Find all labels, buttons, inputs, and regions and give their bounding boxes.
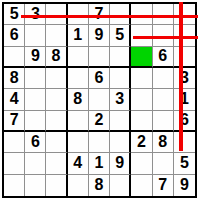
cell-r8c6[interactable]: 9 <box>110 153 131 174</box>
cell-r9c6[interactable] <box>110 175 131 196</box>
cell-r1c5[interactable]: 7 <box>89 4 110 25</box>
cell-r7c4[interactable] <box>68 132 89 153</box>
cell-r1c9[interactable] <box>174 4 195 25</box>
cell-r3c1[interactable] <box>4 47 25 68</box>
cell-r3c9[interactable] <box>174 47 195 68</box>
cell-r8c2[interactable] <box>25 153 46 174</box>
cell-r7c7[interactable]: 2 <box>131 132 152 153</box>
cell-r4c8[interactable] <box>153 68 174 89</box>
sudoku-app: 537619598686348317266284195879 <box>0 0 200 201</box>
cell-r2c3[interactable] <box>46 25 67 46</box>
cell-r3c5[interactable] <box>89 47 110 68</box>
cell-r5c6[interactable]: 3 <box>110 89 131 110</box>
cell-r3c6[interactable] <box>110 47 131 68</box>
cell-r7c6[interactable] <box>110 132 131 153</box>
cell-r4c9[interactable]: 3 <box>174 68 195 89</box>
cell-r1c8[interactable] <box>153 4 174 25</box>
cell-r6c6[interactable] <box>110 111 131 132</box>
cell-r7c5[interactable] <box>89 132 110 153</box>
cell-r4c1[interactable]: 8 <box>4 68 25 89</box>
cell-r4c4[interactable] <box>68 68 89 89</box>
cell-r5c4[interactable]: 8 <box>68 89 89 110</box>
sudoku-board: 537619598686348317266284195879 <box>2 2 197 198</box>
cell-r2c6[interactable]: 5 <box>110 25 131 46</box>
cell-r2c2[interactable] <box>25 25 46 46</box>
cell-r7c8[interactable]: 8 <box>153 132 174 153</box>
cell-r8c4[interactable]: 4 <box>68 153 89 174</box>
cell-r3c2[interactable]: 9 <box>25 47 46 68</box>
cell-r8c3[interactable] <box>46 153 67 174</box>
cell-r9c4[interactable] <box>68 175 89 196</box>
cell-r9c1[interactable] <box>4 175 25 196</box>
cell-r5c9[interactable]: 1 <box>174 89 195 110</box>
cell-r1c6[interactable] <box>110 4 131 25</box>
cell-r4c3[interactable] <box>46 68 67 89</box>
cell-r7c9[interactable] <box>174 132 195 153</box>
cell-r6c2[interactable] <box>25 111 46 132</box>
cell-r6c8[interactable] <box>153 111 174 132</box>
cell-r5c8[interactable] <box>153 89 174 110</box>
cell-r6c5[interactable]: 2 <box>89 111 110 132</box>
cell-r6c4[interactable] <box>68 111 89 132</box>
cell-r4c5[interactable]: 6 <box>89 68 110 89</box>
cell-r3c4[interactable] <box>68 47 89 68</box>
cell-r8c9[interactable]: 5 <box>174 153 195 174</box>
cell-r5c2[interactable] <box>25 89 46 110</box>
cell-r7c2[interactable]: 6 <box>25 132 46 153</box>
cell-r2c7[interactable] <box>131 25 152 46</box>
cell-r1c2[interactable]: 3 <box>25 4 46 25</box>
cell-r9c5[interactable]: 8 <box>89 175 110 196</box>
cell-r2c8[interactable] <box>153 25 174 46</box>
cell-r8c1[interactable] <box>4 153 25 174</box>
cell-r8c5[interactable]: 1 <box>89 153 110 174</box>
cell-r2c9[interactable] <box>174 25 195 46</box>
cell-r5c1[interactable]: 4 <box>4 89 25 110</box>
cell-r1c1[interactable]: 5 <box>4 4 25 25</box>
cell-r2c1[interactable]: 6 <box>4 25 25 46</box>
cell-r2c5[interactable]: 9 <box>89 25 110 46</box>
cell-r9c9[interactable]: 9 <box>174 175 195 196</box>
cell-r6c7[interactable] <box>131 111 152 132</box>
cell-r1c4[interactable] <box>68 4 89 25</box>
cell-r6c3[interactable] <box>46 111 67 132</box>
cell-r9c3[interactable] <box>46 175 67 196</box>
cell-r7c1[interactable] <box>4 132 25 153</box>
cell-r3c3[interactable]: 8 <box>46 47 67 68</box>
cell-r3c8[interactable]: 6 <box>153 47 174 68</box>
cell-r9c2[interactable] <box>25 175 46 196</box>
cell-r2c4[interactable]: 1 <box>68 25 89 46</box>
cell-r5c3[interactable] <box>46 89 67 110</box>
cell-r1c3[interactable] <box>46 4 67 25</box>
highlighted-cell-r3c7[interactable] <box>131 47 152 68</box>
cell-r4c7[interactable] <box>131 68 152 89</box>
cell-r6c9[interactable]: 6 <box>174 111 195 132</box>
cell-r9c8[interactable]: 7 <box>153 175 174 196</box>
cell-r8c7[interactable] <box>131 153 152 174</box>
cell-r5c5[interactable] <box>89 89 110 110</box>
cell-r4c2[interactable] <box>25 68 46 89</box>
cell-r1c7[interactable] <box>131 4 152 25</box>
cell-r8c8[interactable] <box>153 153 174 174</box>
cell-r7c3[interactable] <box>46 132 67 153</box>
cell-r6c1[interactable]: 7 <box>4 111 25 132</box>
cell-r5c7[interactable] <box>131 89 152 110</box>
cell-r9c7[interactable] <box>131 175 152 196</box>
cell-r4c6[interactable] <box>110 68 131 89</box>
